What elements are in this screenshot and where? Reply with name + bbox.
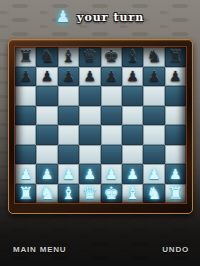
square-e3[interactable]: [101, 145, 122, 165]
square-e4[interactable]: [101, 125, 122, 145]
chess-board-frame: ♜♞♝♛♚♝♞♜♟♟♟♟♟♟♟♟♟♟♟♟♟♟♟♟♜♞♝♛♚♝♞♜: [8, 39, 193, 214]
square-d8[interactable]: ♛: [79, 47, 100, 67]
piece-black-pawn[interactable]: ♟: [105, 69, 118, 83]
square-a5[interactable]: [15, 106, 36, 126]
square-e6[interactable]: [101, 86, 122, 106]
square-c7[interactable]: ♟: [58, 67, 79, 87]
square-b7[interactable]: ♟: [36, 67, 57, 87]
square-d2[interactable]: ♟: [79, 164, 100, 184]
piece-white-pawn[interactable]: ♟: [41, 167, 54, 181]
piece-black-king[interactable]: ♚: [104, 48, 119, 65]
piece-white-rook[interactable]: ♜: [168, 185, 183, 202]
square-g3[interactable]: [143, 145, 164, 165]
square-b1[interactable]: ♞: [36, 184, 57, 204]
square-f4[interactable]: [122, 125, 143, 145]
square-h7[interactable]: ♟: [165, 67, 186, 87]
piece-white-knight[interactable]: ♞: [39, 185, 54, 202]
square-h2[interactable]: ♟: [165, 164, 186, 184]
piece-white-pawn[interactable]: ♟: [126, 167, 139, 181]
square-h1[interactable]: ♜: [165, 184, 186, 204]
square-b2[interactable]: ♟: [36, 164, 57, 184]
square-e5[interactable]: [101, 106, 122, 126]
square-g5[interactable]: [143, 106, 164, 126]
square-h3[interactable]: [165, 145, 186, 165]
square-h8[interactable]: ♜: [165, 47, 186, 67]
piece-black-pawn[interactable]: ♟: [19, 69, 32, 83]
piece-black-queen[interactable]: ♛: [82, 48, 97, 65]
square-g6[interactable]: [143, 86, 164, 106]
square-e8[interactable]: ♚: [101, 47, 122, 67]
square-f2[interactable]: ♟: [122, 164, 143, 184]
undo-button[interactable]: UNDO: [162, 245, 189, 254]
square-d3[interactable]: [79, 145, 100, 165]
piece-black-pawn[interactable]: ♟: [126, 69, 139, 83]
piece-white-bishop[interactable]: ♝: [61, 185, 76, 202]
square-h5[interactable]: [165, 106, 186, 126]
piece-white-queen[interactable]: ♛: [82, 185, 97, 202]
chess-app-screen: ♟ your turn ♜♞♝♛♚♝♞♜♟♟♟♟♟♟♟♟♟♟♟♟♟♟♟♟♜♞♝♛…: [0, 0, 200, 266]
square-g2[interactable]: ♟: [143, 164, 164, 184]
square-b5[interactable]: [36, 106, 57, 126]
piece-white-pawn[interactable]: ♟: [19, 167, 32, 181]
piece-white-pawn[interactable]: ♟: [169, 167, 182, 181]
square-h4[interactable]: [165, 125, 186, 145]
square-b3[interactable]: [36, 145, 57, 165]
piece-black-rook[interactable]: ♜: [18, 48, 33, 65]
square-b4[interactable]: [36, 125, 57, 145]
square-g4[interactable]: [143, 125, 164, 145]
turn-indicator: ♟ your turn: [0, 5, 200, 29]
piece-black-pawn[interactable]: ♟: [148, 69, 161, 83]
main-menu-button[interactable]: MAIN MENU: [13, 245, 66, 254]
square-d6[interactable]: [79, 86, 100, 106]
square-c8[interactable]: ♝: [58, 47, 79, 67]
square-a3[interactable]: [15, 145, 36, 165]
square-c2[interactable]: ♟: [58, 164, 79, 184]
piece-white-pawn[interactable]: ♟: [84, 167, 97, 181]
white-pawn-icon: ♟: [56, 9, 70, 25]
square-g1[interactable]: ♞: [143, 184, 164, 204]
square-c6[interactable]: [58, 86, 79, 106]
piece-black-knight[interactable]: ♞: [39, 48, 54, 65]
square-f8[interactable]: ♝: [122, 47, 143, 67]
piece-white-knight[interactable]: ♞: [146, 185, 161, 202]
square-a2[interactable]: ♟: [15, 164, 36, 184]
piece-black-pawn[interactable]: ♟: [62, 69, 75, 83]
square-f7[interactable]: ♟: [122, 67, 143, 87]
piece-white-pawn[interactable]: ♟: [62, 167, 75, 181]
piece-white-king[interactable]: ♚: [104, 185, 119, 202]
square-g7[interactable]: ♟: [143, 67, 164, 87]
chess-board: ♜♞♝♛♚♝♞♜♟♟♟♟♟♟♟♟♟♟♟♟♟♟♟♟♜♞♝♛♚♝♞♜: [15, 47, 186, 203]
piece-black-pawn[interactable]: ♟: [41, 69, 54, 83]
square-b8[interactable]: ♞: [36, 47, 57, 67]
square-d5[interactable]: [79, 106, 100, 126]
square-e7[interactable]: ♟: [101, 67, 122, 87]
piece-black-rook[interactable]: ♜: [168, 48, 183, 65]
square-c1[interactable]: ♝: [58, 184, 79, 204]
square-d4[interactable]: [79, 125, 100, 145]
piece-black-knight[interactable]: ♞: [146, 48, 161, 65]
piece-black-bishop[interactable]: ♝: [61, 48, 76, 65]
square-a4[interactable]: [15, 125, 36, 145]
square-h6[interactable]: [165, 86, 186, 106]
turn-status-label: your turn: [77, 11, 144, 24]
square-f1[interactable]: ♝: [122, 184, 143, 204]
square-d7[interactable]: ♟: [79, 67, 100, 87]
square-c3[interactable]: [58, 145, 79, 165]
piece-black-pawn[interactable]: ♟: [169, 69, 182, 83]
piece-white-pawn[interactable]: ♟: [105, 167, 118, 181]
square-g8[interactable]: ♞: [143, 47, 164, 67]
square-e2[interactable]: ♟: [101, 164, 122, 184]
chess-board-grid: ♜♞♝♛♚♝♞♜♟♟♟♟♟♟♟♟♟♟♟♟♟♟♟♟♜♞♝♛♚♝♞♜: [15, 47, 186, 203]
square-f6[interactable]: [122, 86, 143, 106]
piece-black-bishop[interactable]: ♝: [125, 48, 140, 65]
square-c4[interactable]: [58, 125, 79, 145]
piece-black-pawn[interactable]: ♟: [84, 69, 97, 83]
square-a1[interactable]: ♜: [15, 184, 36, 204]
square-a6[interactable]: [15, 86, 36, 106]
square-f3[interactable]: [122, 145, 143, 165]
piece-white-pawn[interactable]: ♟: [148, 167, 161, 181]
square-e1[interactable]: ♚: [101, 184, 122, 204]
piece-white-rook[interactable]: ♜: [18, 185, 33, 202]
square-c5[interactable]: [58, 106, 79, 126]
square-d1[interactable]: ♛: [79, 184, 100, 204]
square-b6[interactable]: [36, 86, 57, 106]
square-a8[interactable]: ♜: [15, 47, 36, 67]
square-f5[interactable]: [122, 106, 143, 126]
piece-white-bishop[interactable]: ♝: [125, 185, 140, 202]
square-a7[interactable]: ♟: [15, 67, 36, 87]
